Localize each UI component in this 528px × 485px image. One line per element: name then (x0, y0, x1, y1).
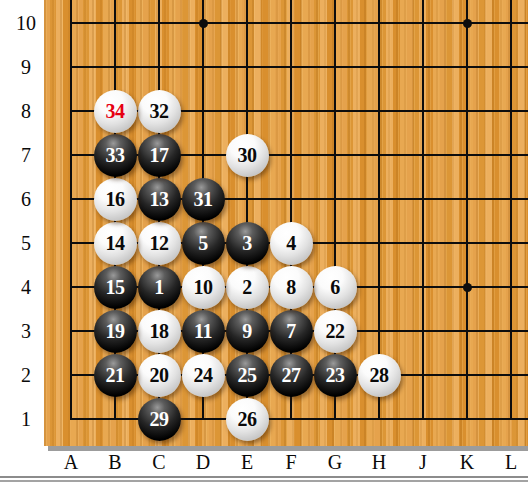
row-label-1: 1 (8, 408, 44, 430)
stone-number: 1 (154, 276, 164, 298)
stone-black-move-31: 31 (182, 178, 225, 221)
stone-number: 22 (326, 320, 345, 342)
stone-number: 17 (150, 144, 169, 166)
stone-number: 26 (238, 408, 257, 430)
stone-white-move-4: 4 (270, 222, 313, 265)
grid-line-vertical-L (510, 0, 512, 420)
stone-black-move-17: 17 (138, 134, 181, 177)
stone-number: 20 (150, 364, 169, 386)
column-label-J: J (407, 451, 439, 473)
column-label-C: C (143, 451, 175, 473)
stone-black-move-15: 15 (94, 266, 137, 309)
stone-white-move-30: 30 (226, 134, 269, 177)
row-label-10: 10 (8, 12, 44, 34)
stone-white-move-16: 16 (94, 178, 137, 221)
column-label-B: B (99, 451, 131, 473)
stone-number: 29 (150, 408, 169, 430)
stone-white-move-24: 24 (182, 354, 225, 397)
grid-line-horizontal-9 (70, 66, 528, 68)
column-label-A: A (55, 451, 87, 473)
stone-number: 11 (194, 320, 212, 342)
stone-number: 3 (242, 232, 252, 254)
stone-black-move-9: 9 (226, 310, 269, 353)
stone-black-move-21: 21 (94, 354, 137, 397)
stone-black-move-7: 7 (270, 310, 313, 353)
star-point-K10 (463, 19, 472, 28)
stone-number: 7 (286, 320, 296, 342)
row-label-6: 6 (8, 188, 44, 210)
grid-line-vertical-A (70, 0, 72, 420)
stone-black-move-29: 29 (138, 398, 181, 441)
column-label-E: E (231, 451, 263, 473)
row-label-2: 2 (8, 364, 44, 386)
bottom-separator-line-top (0, 476, 528, 478)
column-label-D: D (187, 451, 219, 473)
column-label-L: L (495, 451, 527, 473)
row-label-7: 7 (8, 144, 44, 166)
grid-line-vertical-K (466, 0, 468, 420)
star-point-K4 (463, 283, 472, 292)
row-label-3: 3 (8, 320, 44, 342)
stone-white-move-18: 18 (138, 310, 181, 353)
stone-number: 25 (238, 364, 257, 386)
stone-number: 10 (194, 276, 213, 298)
stone-white-move-26: 26 (226, 398, 269, 441)
stone-black-move-11: 11 (182, 310, 225, 353)
stone-white-move-34: 34 (94, 90, 137, 133)
row-label-8: 8 (8, 100, 44, 122)
column-label-F: F (275, 451, 307, 473)
stone-number: 32 (150, 100, 169, 122)
stone-white-move-28: 28 (358, 354, 401, 397)
stone-number: 13 (150, 188, 169, 210)
stone-black-move-1: 1 (138, 266, 181, 309)
stone-number-last-move: 34 (106, 100, 125, 122)
row-label-9: 9 (8, 56, 44, 78)
stone-number: 18 (150, 320, 169, 342)
stone-white-move-2: 2 (226, 266, 269, 309)
stone-black-move-13: 13 (138, 178, 181, 221)
stone-number: 4 (286, 232, 296, 254)
stone-number: 33 (106, 144, 125, 166)
row-label-4: 4 (8, 276, 44, 298)
stone-white-move-6: 6 (314, 266, 357, 309)
stone-black-move-25: 25 (226, 354, 269, 397)
stone-number: 2 (242, 276, 252, 298)
stone-number: 8 (286, 276, 296, 298)
stone-white-move-8: 8 (270, 266, 313, 309)
star-point-D10 (199, 19, 208, 28)
stone-number: 5 (198, 232, 208, 254)
column-label-K: K (451, 451, 483, 473)
go-board[interactable]: 1234567891011121314151617181920212223242… (44, 0, 528, 446)
column-label-G: G (319, 451, 351, 473)
row-label-5: 5 (8, 232, 44, 254)
stone-white-move-12: 12 (138, 222, 181, 265)
stone-number: 9 (242, 320, 252, 342)
stone-number: 6 (330, 276, 340, 298)
bottom-separator-line-bottom (0, 480, 528, 482)
column-label-H: H (363, 451, 395, 473)
grid-line-horizontal-10 (70, 22, 528, 24)
stone-black-move-27: 27 (270, 354, 313, 397)
stone-black-move-5: 5 (182, 222, 225, 265)
stone-number: 12 (150, 232, 169, 254)
stone-number: 28 (370, 364, 389, 386)
stone-number: 31 (194, 188, 213, 210)
stone-number: 15 (106, 276, 125, 298)
stone-white-move-22: 22 (314, 310, 357, 353)
stone-number: 24 (194, 364, 213, 386)
stone-black-move-33: 33 (94, 134, 137, 177)
stone-number: 16 (106, 188, 125, 210)
stone-white-move-14: 14 (94, 222, 137, 265)
stone-white-move-32: 32 (138, 90, 181, 133)
grid-line-vertical-J (422, 0, 424, 420)
stone-black-move-19: 19 (94, 310, 137, 353)
stone-white-move-20: 20 (138, 354, 181, 397)
stone-number: 23 (326, 364, 345, 386)
stone-number: 30 (238, 144, 257, 166)
go-diagram-window: 1234567891011121314151617181920212223242… (0, 0, 528, 485)
stone-number: 21 (106, 364, 125, 386)
stone-black-move-3: 3 (226, 222, 269, 265)
stone-number: 27 (282, 364, 301, 386)
stone-white-move-10: 10 (182, 266, 225, 309)
stone-number: 19 (106, 320, 125, 342)
stone-number: 14 (106, 232, 125, 254)
stone-black-move-23: 23 (314, 354, 357, 397)
